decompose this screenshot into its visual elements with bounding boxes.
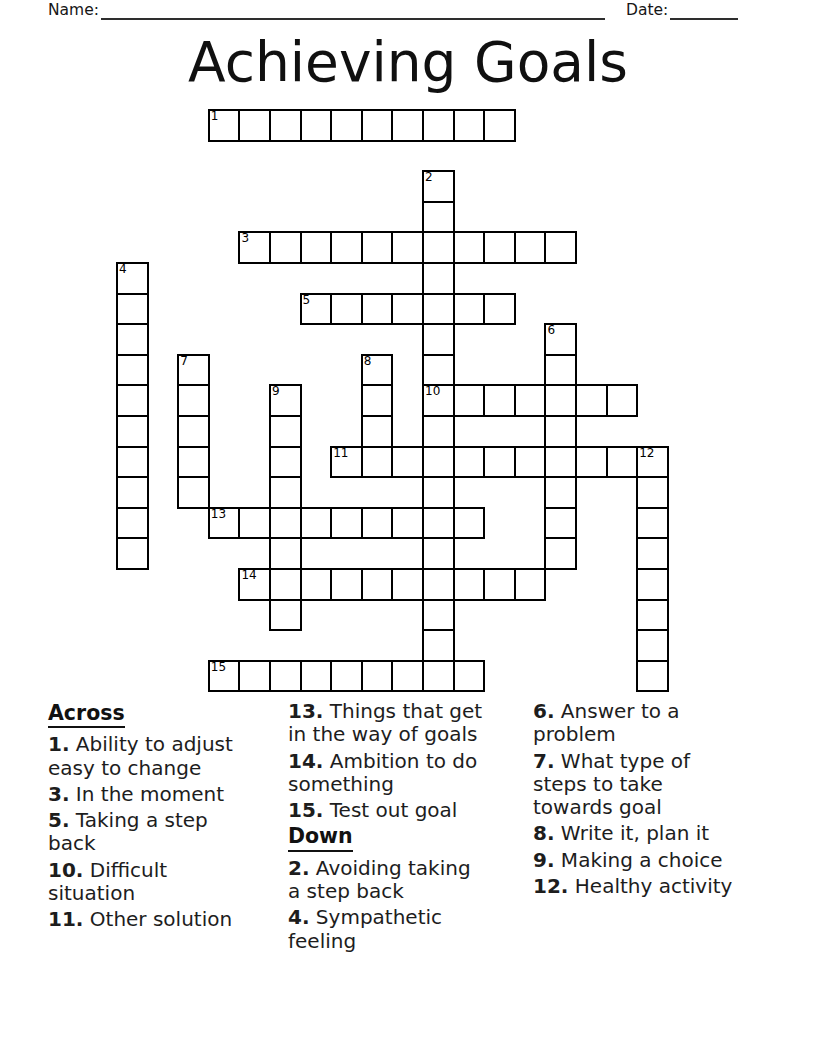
grid-cell[interactable] (117, 508, 148, 539)
clue-number: 6. (533, 699, 555, 723)
grid-cell[interactable]: 5 (301, 294, 332, 325)
clue-text: Healthy activity (568, 874, 732, 898)
grid-cell[interactable] (117, 538, 148, 569)
worksheet-page: { "game": "crossword", "title": "Achievi… (0, 0, 816, 1056)
grid-cell[interactable] (454, 385, 485, 416)
grid-cell[interactable]: 7 (178, 355, 209, 386)
clue-item: 12. Healthy activity (533, 875, 734, 898)
grid-cell[interactable] (301, 508, 332, 539)
grid-cell[interactable] (423, 324, 454, 355)
clue-number: 11. (48, 907, 83, 931)
cell-number: 7 (180, 355, 188, 368)
grid-cell[interactable] (270, 416, 301, 447)
grid-cell[interactable] (423, 569, 454, 600)
grid-cell[interactable] (301, 569, 332, 600)
date-label: Date: (626, 1, 668, 19)
clue-text: Ability to adjust easy to change (48, 732, 233, 779)
grid-cell[interactable] (545, 508, 576, 539)
cell-number: 5 (303, 294, 311, 307)
grid-cell[interactable]: 14 (239, 569, 270, 600)
grid-cell[interactable] (637, 661, 668, 692)
clue-number: 9. (533, 848, 555, 872)
grid-cell[interactable] (515, 569, 546, 600)
clue-number: 1. (48, 732, 70, 756)
grid-cell[interactable]: 4 (117, 263, 148, 294)
grid-cell[interactable] (423, 110, 454, 141)
grid-cell[interactable] (484, 447, 515, 478)
cell-number: 4 (119, 263, 127, 276)
cell-number: 13 (211, 508, 226, 521)
clue-item: 11. Other solution (48, 908, 236, 931)
grid-cell[interactable]: 10 (423, 385, 454, 416)
grid-cell[interactable] (270, 232, 301, 263)
grid-cell[interactable] (423, 538, 454, 569)
clue-item: 9. Making a choice (533, 849, 734, 872)
grid-cell[interactable] (454, 110, 485, 141)
grid-cell[interactable] (362, 508, 393, 539)
grid-cell[interactable] (515, 232, 546, 263)
grid-cell[interactable]: 9 (270, 385, 301, 416)
clue-text: Write it, plan it (555, 821, 710, 845)
clue-number: 7. (533, 749, 555, 773)
puzzle-title: Achieving Goals (0, 31, 816, 94)
grid-cell[interactable] (362, 416, 393, 447)
grid-cell[interactable] (637, 630, 668, 661)
grid-cell[interactable] (117, 416, 148, 447)
grid-cell[interactable]: 8 (362, 355, 393, 386)
cell-number: 15 (211, 661, 226, 674)
grid-cell[interactable] (117, 477, 148, 508)
grid-cell[interactable] (270, 477, 301, 508)
clue-text: Answer to a problem (533, 699, 680, 746)
clue-item: 7. What type of steps to take towards go… (533, 750, 734, 820)
grid-cell[interactable] (392, 447, 423, 478)
crossword-grid: 123456789101112131415 (117, 110, 668, 692)
grid-cell[interactable] (423, 630, 454, 661)
grid-cell[interactable] (484, 232, 515, 263)
grid-cell[interactable] (301, 232, 332, 263)
grid-cell[interactable] (637, 477, 668, 508)
clue-number: 3. (48, 782, 70, 806)
grid-cell[interactable]: 1 (209, 110, 240, 141)
grid-cell[interactable] (270, 508, 301, 539)
cell-number: 6 (547, 324, 555, 337)
grid-cell[interactable] (423, 294, 454, 325)
grid-cell[interactable] (454, 232, 485, 263)
grid-cell[interactable] (423, 661, 454, 692)
grid-cell[interactable] (637, 569, 668, 600)
grid-cell[interactable] (484, 385, 515, 416)
grid-cell[interactable] (545, 477, 576, 508)
clue-item: 4. Sympathetic feeling (288, 906, 484, 953)
clue-number: 10. (48, 858, 83, 882)
name-blank-line (101, 0, 605, 20)
grid-cell[interactable] (454, 569, 485, 600)
grid-cell[interactable] (117, 324, 148, 355)
grid-cell[interactable] (178, 477, 209, 508)
clue-number: 8. (533, 821, 555, 845)
grid-cell[interactable] (331, 110, 362, 141)
grid-cell[interactable] (270, 538, 301, 569)
grid-cell[interactable] (392, 508, 423, 539)
grid-cell[interactable] (270, 569, 301, 600)
down-header: Down (288, 825, 484, 851)
clue-text: In the moment (70, 782, 225, 806)
grid-cell[interactable] (607, 447, 638, 478)
clue-number: 14. (288, 749, 323, 773)
grid-cell[interactable] (331, 508, 362, 539)
grid-cell[interactable] (301, 110, 332, 141)
grid-cell[interactable] (270, 661, 301, 692)
clue-item: 6. Answer to a problem (533, 700, 734, 747)
grid-cell[interactable] (545, 538, 576, 569)
clue-col-1: Across1. Ability to adjust easy to chang… (48, 700, 236, 935)
grid-cell[interactable] (637, 508, 668, 539)
clue-number: 13. (288, 699, 323, 723)
grid-cell[interactable]: 2 (423, 171, 454, 202)
cell-number: 1 (211, 110, 219, 123)
cell-number: 9 (272, 385, 280, 398)
grid-cell[interactable] (117, 294, 148, 325)
grid-cell[interactable] (545, 416, 576, 447)
grid-cell[interactable] (607, 385, 638, 416)
date-blank-line (670, 0, 738, 20)
clue-col-2: 13. Things that get in the way of goals1… (288, 700, 484, 956)
grid-cell[interactable] (239, 110, 270, 141)
grid-cell[interactable] (331, 661, 362, 692)
grid-cell[interactable] (362, 110, 393, 141)
grid-cell[interactable] (270, 447, 301, 478)
grid-cell[interactable] (484, 294, 515, 325)
grid-cell[interactable] (576, 447, 607, 478)
grid-cell[interactable]: 6 (545, 324, 576, 355)
grid-cell[interactable] (362, 232, 393, 263)
grid-cell[interactable] (454, 508, 485, 539)
clue-number: 5. (48, 808, 70, 832)
clue-item: 5. Taking a step back (48, 809, 236, 856)
grid-cell[interactable] (637, 600, 668, 631)
grid-cell[interactable] (392, 569, 423, 600)
clue-item: 8. Write it, plan it (533, 822, 734, 845)
grid-cell[interactable] (545, 385, 576, 416)
grid-cell[interactable] (178, 416, 209, 447)
grid-cell[interactable] (637, 538, 668, 569)
grid-cell[interactable] (117, 355, 148, 386)
name-label: Name: (48, 1, 99, 19)
grid-cell[interactable] (545, 232, 576, 263)
grid-cell[interactable] (545, 447, 576, 478)
clue-number: 2. (288, 856, 310, 880)
clue-number: 15. (288, 798, 323, 822)
grid-cell[interactable] (117, 385, 148, 416)
grid-cell[interactable] (423, 477, 454, 508)
cell-number: 10 (425, 385, 440, 398)
grid-cell[interactable] (576, 385, 607, 416)
clue-item: 3. In the moment (48, 783, 236, 806)
grid-cell[interactable]: 12 (637, 447, 668, 478)
grid-cell[interactable] (392, 232, 423, 263)
grid-cell[interactable] (331, 232, 362, 263)
cell-number: 11 (333, 447, 348, 460)
grid-cell[interactable]: 15 (209, 661, 240, 692)
grid-cell[interactable] (423, 508, 454, 539)
grid-cell[interactable] (239, 661, 270, 692)
grid-cell[interactable] (239, 508, 270, 539)
clue-item: 13. Things that get in the way of goals (288, 700, 484, 747)
grid-cell[interactable] (362, 385, 393, 416)
clue-number: 12. (533, 874, 568, 898)
grid-cell[interactable] (362, 569, 393, 600)
grid-cell[interactable] (423, 232, 454, 263)
grid-cell[interactable] (423, 600, 454, 631)
cell-number: 2 (425, 171, 433, 184)
cell-number: 14 (241, 569, 256, 582)
clue-text: Sympathetic feeling (288, 905, 442, 952)
grid-cell[interactable] (331, 569, 362, 600)
clue-text: What type of steps to take towards goal (533, 749, 690, 820)
grid-cell[interactable] (454, 447, 485, 478)
clue-text: Other solution (83, 907, 232, 931)
grid-cell[interactable] (362, 447, 393, 478)
grid-cell[interactable] (117, 447, 148, 478)
grid-cell[interactable]: 3 (239, 232, 270, 263)
clue-item: 14. Ambition to do something (288, 750, 484, 797)
grid-cell[interactable] (423, 355, 454, 386)
clue-item: 1. Ability to adjust easy to change (48, 733, 236, 780)
clue-item: 15. Test out goal (288, 799, 484, 822)
grid-cell[interactable] (423, 202, 454, 233)
grid-cell[interactable] (301, 661, 332, 692)
grid-cell[interactable] (423, 263, 454, 294)
clue-number: 4. (288, 905, 310, 929)
clue-item: 10. Difficult situation (48, 859, 236, 906)
across-header: Across (48, 702, 236, 728)
grid-cell[interactable]: 13 (209, 508, 240, 539)
grid-cell[interactable] (362, 661, 393, 692)
grid-cell[interactable] (454, 661, 485, 692)
grid-cell[interactable] (484, 110, 515, 141)
clue-text: Test out goal (323, 798, 457, 822)
clue-text: Making a choice (555, 848, 723, 872)
cell-number: 12 (639, 447, 654, 460)
grid-cell[interactable] (270, 600, 301, 631)
grid-cell[interactable] (392, 110, 423, 141)
grid-cell[interactable] (362, 294, 393, 325)
grid-cell[interactable] (423, 416, 454, 447)
grid-cell[interactable] (423, 447, 454, 478)
clue-text: Taking a step back (48, 808, 208, 855)
clue-item: 2. Avoiding taking a step back (288, 857, 484, 904)
grid-cell[interactable] (545, 355, 576, 386)
grid-cell[interactable] (515, 385, 546, 416)
clue-text: Avoiding taking a step back (288, 856, 471, 903)
grid-cell[interactable] (515, 447, 546, 478)
grid-cell[interactable] (331, 294, 362, 325)
grid-cell[interactable] (392, 294, 423, 325)
grid-cell[interactable] (178, 447, 209, 478)
grid-cell[interactable] (392, 661, 423, 692)
grid-cell[interactable] (454, 294, 485, 325)
grid-cell[interactable] (270, 110, 301, 141)
grid-cell[interactable] (484, 569, 515, 600)
cell-number: 3 (241, 232, 249, 245)
cell-number: 8 (364, 355, 372, 368)
clue-col-3: 6. Answer to a problem7. What type of st… (533, 700, 734, 901)
grid-cell[interactable]: 11 (331, 447, 362, 478)
grid-cell[interactable] (178, 385, 209, 416)
